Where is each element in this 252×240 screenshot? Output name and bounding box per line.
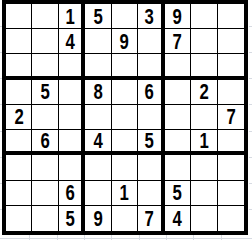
cell-r4c2[interactable]: 5: [32, 80, 58, 105]
cell-r6c9[interactable]: [218, 130, 244, 155]
cell-r9c9[interactable]: [218, 206, 244, 231]
given-digit: 7: [173, 30, 182, 53]
cell-r1c7[interactable]: 9: [165, 4, 191, 29]
spreadsheet-gridline-bottom: [0, 238, 252, 239]
cell-r5c3[interactable]: [59, 105, 85, 130]
cell-r9c8[interactable]: [191, 206, 217, 231]
given-digit: 2: [199, 80, 208, 103]
cell-r3c1[interactable]: [6, 54, 32, 79]
cell-r4c8[interactable]: 2: [191, 80, 217, 105]
cell-r2c8[interactable]: [191, 29, 217, 54]
spreadsheet-gridline-tick-right: [249, 209, 252, 210]
cell-r7c5[interactable]: [112, 155, 138, 180]
given-digit: 6: [65, 181, 74, 204]
spreadsheet-gridline-tick-right: [249, 131, 252, 132]
given-digit: 8: [93, 80, 102, 103]
cell-r1c3[interactable]: 1: [59, 4, 85, 29]
cell-r5c6[interactable]: [138, 105, 164, 130]
spreadsheet-gridline-tick-right: [249, 157, 252, 158]
cell-r8c4[interactable]: [85, 181, 111, 206]
cell-r8c8[interactable]: [191, 181, 217, 206]
given-digit: 2: [14, 105, 23, 128]
cell-r8c5[interactable]: 1: [112, 181, 138, 206]
cell-r1c2[interactable]: [32, 4, 58, 29]
cell-r4c1[interactable]: [6, 80, 32, 105]
cell-r2c5[interactable]: 9: [112, 29, 138, 54]
spreadsheet-gridline-tick-right: [249, 183, 252, 184]
given-digit: 4: [173, 207, 182, 230]
cell-r8c2[interactable]: [32, 181, 58, 206]
cell-r7c2[interactable]: [32, 155, 58, 180]
given-digit: 5: [173, 181, 182, 204]
cell-r4c5[interactable]: [112, 80, 138, 105]
given-digit: 9: [93, 207, 102, 230]
cell-r4c4[interactable]: 8: [85, 80, 111, 105]
given-digit: 3: [145, 5, 154, 28]
given-digit: 5: [65, 207, 74, 230]
cell-r7c1[interactable]: [6, 155, 32, 180]
given-digit: 4: [65, 30, 74, 53]
cell-r9c3[interactable]: 5: [59, 206, 85, 231]
cell-r6c5[interactable]: [112, 130, 138, 155]
cell-r5c9[interactable]: 7: [218, 105, 244, 130]
cell-r1c1[interactable]: [6, 4, 32, 29]
given-digit: 1: [65, 5, 74, 28]
cell-r8c1[interactable]: [6, 181, 32, 206]
cell-r9c7[interactable]: 4: [165, 206, 191, 231]
spreadsheet-gridline-tick-bottom: [193, 235, 194, 240]
cell-r9c1[interactable]: [6, 206, 32, 231]
cell-r9c5[interactable]: [112, 206, 138, 231]
cell-r2c6[interactable]: [138, 29, 164, 54]
cell-r1c6[interactable]: 3: [138, 4, 164, 29]
cell-r2c1[interactable]: [6, 29, 32, 54]
spreadsheet-gridline-tick-bottom: [166, 235, 167, 240]
cell-r1c4[interactable]: 5: [85, 4, 111, 29]
cell-r5c1[interactable]: 2: [6, 105, 32, 130]
cell-r1c9[interactable]: [218, 4, 244, 29]
cell-r5c5[interactable]: [112, 105, 138, 130]
cell-r2c4[interactable]: [85, 29, 111, 54]
sudoku-page: 153949758622764516155974: [0, 0, 252, 240]
spreadsheet-gridline-tick-bottom: [84, 235, 85, 240]
spreadsheet-gridline-tick-bottom: [139, 235, 140, 240]
given-digit: 1: [120, 181, 129, 204]
cell-r7c3[interactable]: [59, 155, 85, 180]
cell-r6c8[interactable]: 1: [191, 130, 217, 155]
cell-r3c8[interactable]: [191, 54, 217, 79]
cell-r2c2[interactable]: [32, 29, 58, 54]
cell-r9c4[interactable]: 9: [85, 206, 111, 231]
cell-r4c7[interactable]: [165, 80, 191, 105]
given-digit: 6: [41, 130, 50, 152]
spreadsheet-gridline-tick-bottom: [221, 235, 222, 240]
cell-r3c4[interactable]: [85, 54, 111, 79]
cell-r3c3[interactable]: [59, 54, 85, 79]
given-digit: 9: [120, 30, 129, 53]
given-digit: 7: [145, 207, 154, 230]
cell-r2c9[interactable]: [218, 29, 244, 54]
cell-r9c6[interactable]: 7: [138, 206, 164, 231]
cell-r8c7[interactable]: 5: [165, 181, 191, 206]
cell-r7c8[interactable]: [191, 155, 217, 180]
cell-r3c7[interactable]: [165, 54, 191, 79]
cell-r4c6[interactable]: 6: [138, 80, 164, 105]
cell-r6c6[interactable]: 5: [138, 130, 164, 155]
cell-r9c2[interactable]: [32, 206, 58, 231]
cell-r7c6[interactable]: [138, 155, 164, 180]
spreadsheet-gridline-tick-right: [249, 104, 252, 105]
given-digit: 5: [145, 130, 154, 152]
spreadsheet-gridline-tick-right: [249, 52, 252, 53]
spreadsheet-gridline-tick-right: [249, 26, 252, 27]
cell-r2c7[interactable]: 7: [165, 29, 191, 54]
spreadsheet-gridline-tick-bottom: [111, 235, 112, 240]
cell-r6c4[interactable]: 4: [85, 130, 111, 155]
cell-r5c4[interactable]: [85, 105, 111, 130]
cell-r8c6[interactable]: [138, 181, 164, 206]
cell-r6c1[interactable]: [6, 130, 32, 155]
cell-r8c9[interactable]: [218, 181, 244, 206]
cell-r3c9[interactable]: [218, 54, 244, 79]
given-digit: 5: [93, 5, 102, 28]
cell-r6c3[interactable]: [59, 130, 85, 155]
cell-r5c2[interactable]: [32, 105, 58, 130]
given-digit: 9: [173, 5, 182, 28]
cell-r4c9[interactable]: [218, 80, 244, 105]
cell-r2c3[interactable]: 4: [59, 29, 85, 54]
cell-r3c6[interactable]: [138, 54, 164, 79]
cell-r4c3[interactable]: [59, 80, 85, 105]
cell-r1c8[interactable]: [191, 4, 217, 29]
sudoku-board: 153949758622764516155974: [2, 0, 248, 235]
cell-r6c2[interactable]: 6: [32, 130, 58, 155]
cell-r8c3[interactable]: 6: [59, 181, 85, 206]
cell-r3c2[interactable]: [32, 54, 58, 79]
cell-r7c4[interactable]: [85, 155, 111, 180]
given-digit: 7: [226, 105, 235, 128]
spreadsheet-gridline-tick-bottom: [29, 235, 30, 240]
cell-r6c7[interactable]: [165, 130, 191, 155]
given-digit: 6: [145, 80, 154, 103]
given-digit: 1: [199, 130, 208, 152]
cell-r5c8[interactable]: [191, 105, 217, 130]
cell-r7c9[interactable]: [218, 155, 244, 180]
cell-r3c5[interactable]: [112, 54, 138, 79]
given-digit: 4: [93, 130, 102, 152]
cell-r7c7[interactable]: [165, 155, 191, 180]
cell-r5c7[interactable]: [165, 105, 191, 130]
cell-r1c5[interactable]: [112, 4, 138, 29]
given-digit: 5: [41, 80, 50, 103]
spreadsheet-gridline-tick-right: [249, 78, 252, 79]
spreadsheet-gridline-tick-bottom: [57, 235, 58, 240]
